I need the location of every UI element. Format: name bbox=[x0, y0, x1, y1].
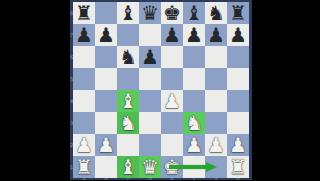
rank-label-7: 7 bbox=[70, 24, 74, 46]
square-b6 bbox=[95, 46, 117, 68]
square-a4 bbox=[73, 90, 95, 112]
square-f5 bbox=[183, 68, 205, 90]
rank-label-3: 3 bbox=[70, 112, 74, 134]
square-g7: ♟ bbox=[205, 24, 227, 46]
chess-board-frame: ♜♝♛♚♝♞♜♟♟♟♟♟♟♞♟♝♟♞♞♟♟♟♟♟♜♝♛♚♜ 87654321ab… bbox=[70, 0, 252, 180]
piece-white-knight: ♞ bbox=[185, 112, 203, 134]
piece-white-queen: ♛ bbox=[141, 156, 159, 178]
square-d5 bbox=[139, 68, 161, 90]
square-c6: ♞ bbox=[117, 46, 139, 68]
square-d3 bbox=[139, 112, 161, 134]
square-f2: ♟ bbox=[183, 134, 205, 156]
square-d1: ♛ bbox=[139, 156, 161, 178]
square-c5 bbox=[117, 68, 139, 90]
square-c3: ♞ bbox=[117, 112, 139, 134]
piece-black-pawn: ♟ bbox=[229, 24, 247, 46]
square-h7: ♟ bbox=[227, 24, 249, 46]
file-label-f: f bbox=[183, 177, 205, 181]
square-c7 bbox=[117, 24, 139, 46]
square-f4 bbox=[183, 90, 205, 112]
square-d7 bbox=[139, 24, 161, 46]
piece-white-bishop: ♝ bbox=[119, 90, 137, 112]
square-g3 bbox=[205, 112, 227, 134]
square-a1: ♜ bbox=[73, 156, 95, 178]
square-b4 bbox=[95, 90, 117, 112]
square-d2 bbox=[139, 134, 161, 156]
piece-white-pawn: ♟ bbox=[97, 134, 115, 156]
file-label-d: d bbox=[139, 177, 161, 181]
square-c8: ♝ bbox=[117, 2, 139, 24]
piece-white-rook: ♜ bbox=[229, 156, 247, 178]
square-b7: ♟ bbox=[95, 24, 117, 46]
piece-white-pawn: ♟ bbox=[185, 134, 203, 156]
square-h1: ♜ bbox=[227, 156, 249, 178]
chess-board: ♜♝♛♚♝♞♜♟♟♟♟♟♟♞♟♝♟♞♞♟♟♟♟♟♜♝♛♚♜ bbox=[73, 2, 249, 178]
rank-label-5: 5 bbox=[70, 68, 74, 90]
square-d6: ♟ bbox=[139, 46, 161, 68]
square-g4 bbox=[205, 90, 227, 112]
move-arrow-shaft bbox=[169, 165, 206, 169]
file-label-b: b bbox=[95, 177, 117, 181]
square-e8: ♚ bbox=[161, 2, 183, 24]
square-f7: ♟ bbox=[183, 24, 205, 46]
piece-black-bishop: ♝ bbox=[185, 2, 203, 24]
square-h5 bbox=[227, 68, 249, 90]
piece-white-pawn: ♟ bbox=[75, 134, 93, 156]
square-e7: ♟ bbox=[161, 24, 183, 46]
file-label-a: a bbox=[73, 177, 95, 181]
piece-white-pawn: ♟ bbox=[163, 90, 181, 112]
square-b3 bbox=[95, 112, 117, 134]
square-h2: ♟ bbox=[227, 134, 249, 156]
square-d4 bbox=[139, 90, 161, 112]
piece-white-rook: ♜ bbox=[75, 156, 93, 178]
piece-black-rook: ♜ bbox=[229, 2, 247, 24]
piece-black-knight: ♞ bbox=[207, 2, 225, 24]
file-label-c: c bbox=[117, 177, 139, 181]
square-c1: ♝ bbox=[117, 156, 139, 178]
piece-black-king: ♚ bbox=[163, 2, 181, 24]
square-a8: ♜ bbox=[73, 2, 95, 24]
piece-white-bishop: ♝ bbox=[119, 156, 137, 178]
square-e4: ♟ bbox=[161, 90, 183, 112]
square-c2 bbox=[117, 134, 139, 156]
piece-black-pawn: ♟ bbox=[75, 24, 93, 46]
piece-black-pawn: ♟ bbox=[97, 24, 115, 46]
square-d8: ♛ bbox=[139, 2, 161, 24]
piece-black-queen: ♛ bbox=[141, 2, 159, 24]
square-f3: ♞ bbox=[183, 112, 205, 134]
square-e3 bbox=[161, 112, 183, 134]
file-label-e: e bbox=[161, 177, 183, 181]
square-a2: ♟ bbox=[73, 134, 95, 156]
square-f6 bbox=[183, 46, 205, 68]
square-g6 bbox=[205, 46, 227, 68]
square-g5 bbox=[205, 68, 227, 90]
square-b1 bbox=[95, 156, 117, 178]
square-b5 bbox=[95, 68, 117, 90]
square-b2: ♟ bbox=[95, 134, 117, 156]
square-a5 bbox=[73, 68, 95, 90]
square-h8: ♜ bbox=[227, 2, 249, 24]
rank-label-2: 2 bbox=[70, 134, 74, 156]
piece-black-rook: ♜ bbox=[75, 2, 93, 24]
square-c4: ♝ bbox=[117, 90, 139, 112]
piece-black-bishop: ♝ bbox=[119, 2, 137, 24]
rank-label-4: 4 bbox=[70, 90, 74, 112]
square-g8: ♞ bbox=[205, 2, 227, 24]
move-arrow-head bbox=[206, 162, 217, 172]
piece-white-knight: ♞ bbox=[119, 112, 137, 134]
square-f8: ♝ bbox=[183, 2, 205, 24]
rank-label-6: 6 bbox=[70, 46, 74, 68]
piece-white-pawn: ♟ bbox=[229, 134, 247, 156]
square-a6 bbox=[73, 46, 95, 68]
rank-label-1: 1 bbox=[70, 156, 74, 178]
square-a3 bbox=[73, 112, 95, 134]
square-h6 bbox=[227, 46, 249, 68]
square-a7: ♟ bbox=[73, 24, 95, 46]
piece-black-knight: ♞ bbox=[119, 46, 137, 68]
square-h4 bbox=[227, 90, 249, 112]
video-frame: ♜♝♛♚♝♞♜♟♟♟♟♟♟♞♟♝♟♞♞♟♟♟♟♟♜♝♛♚♜ 87654321ab… bbox=[0, 0, 320, 180]
square-g2: ♟ bbox=[205, 134, 227, 156]
square-b8 bbox=[95, 2, 117, 24]
rank-label-8: 8 bbox=[70, 2, 74, 24]
piece-black-pawn: ♟ bbox=[207, 24, 225, 46]
file-label-g: g bbox=[205, 177, 227, 181]
piece-black-pawn: ♟ bbox=[185, 24, 203, 46]
file-label-h: h bbox=[227, 177, 249, 181]
piece-black-pawn: ♟ bbox=[141, 46, 159, 68]
piece-white-pawn: ♟ bbox=[207, 134, 225, 156]
square-e5 bbox=[161, 68, 183, 90]
square-e6 bbox=[161, 46, 183, 68]
piece-black-pawn: ♟ bbox=[163, 24, 181, 46]
square-e2 bbox=[161, 134, 183, 156]
square-h3 bbox=[227, 112, 249, 134]
